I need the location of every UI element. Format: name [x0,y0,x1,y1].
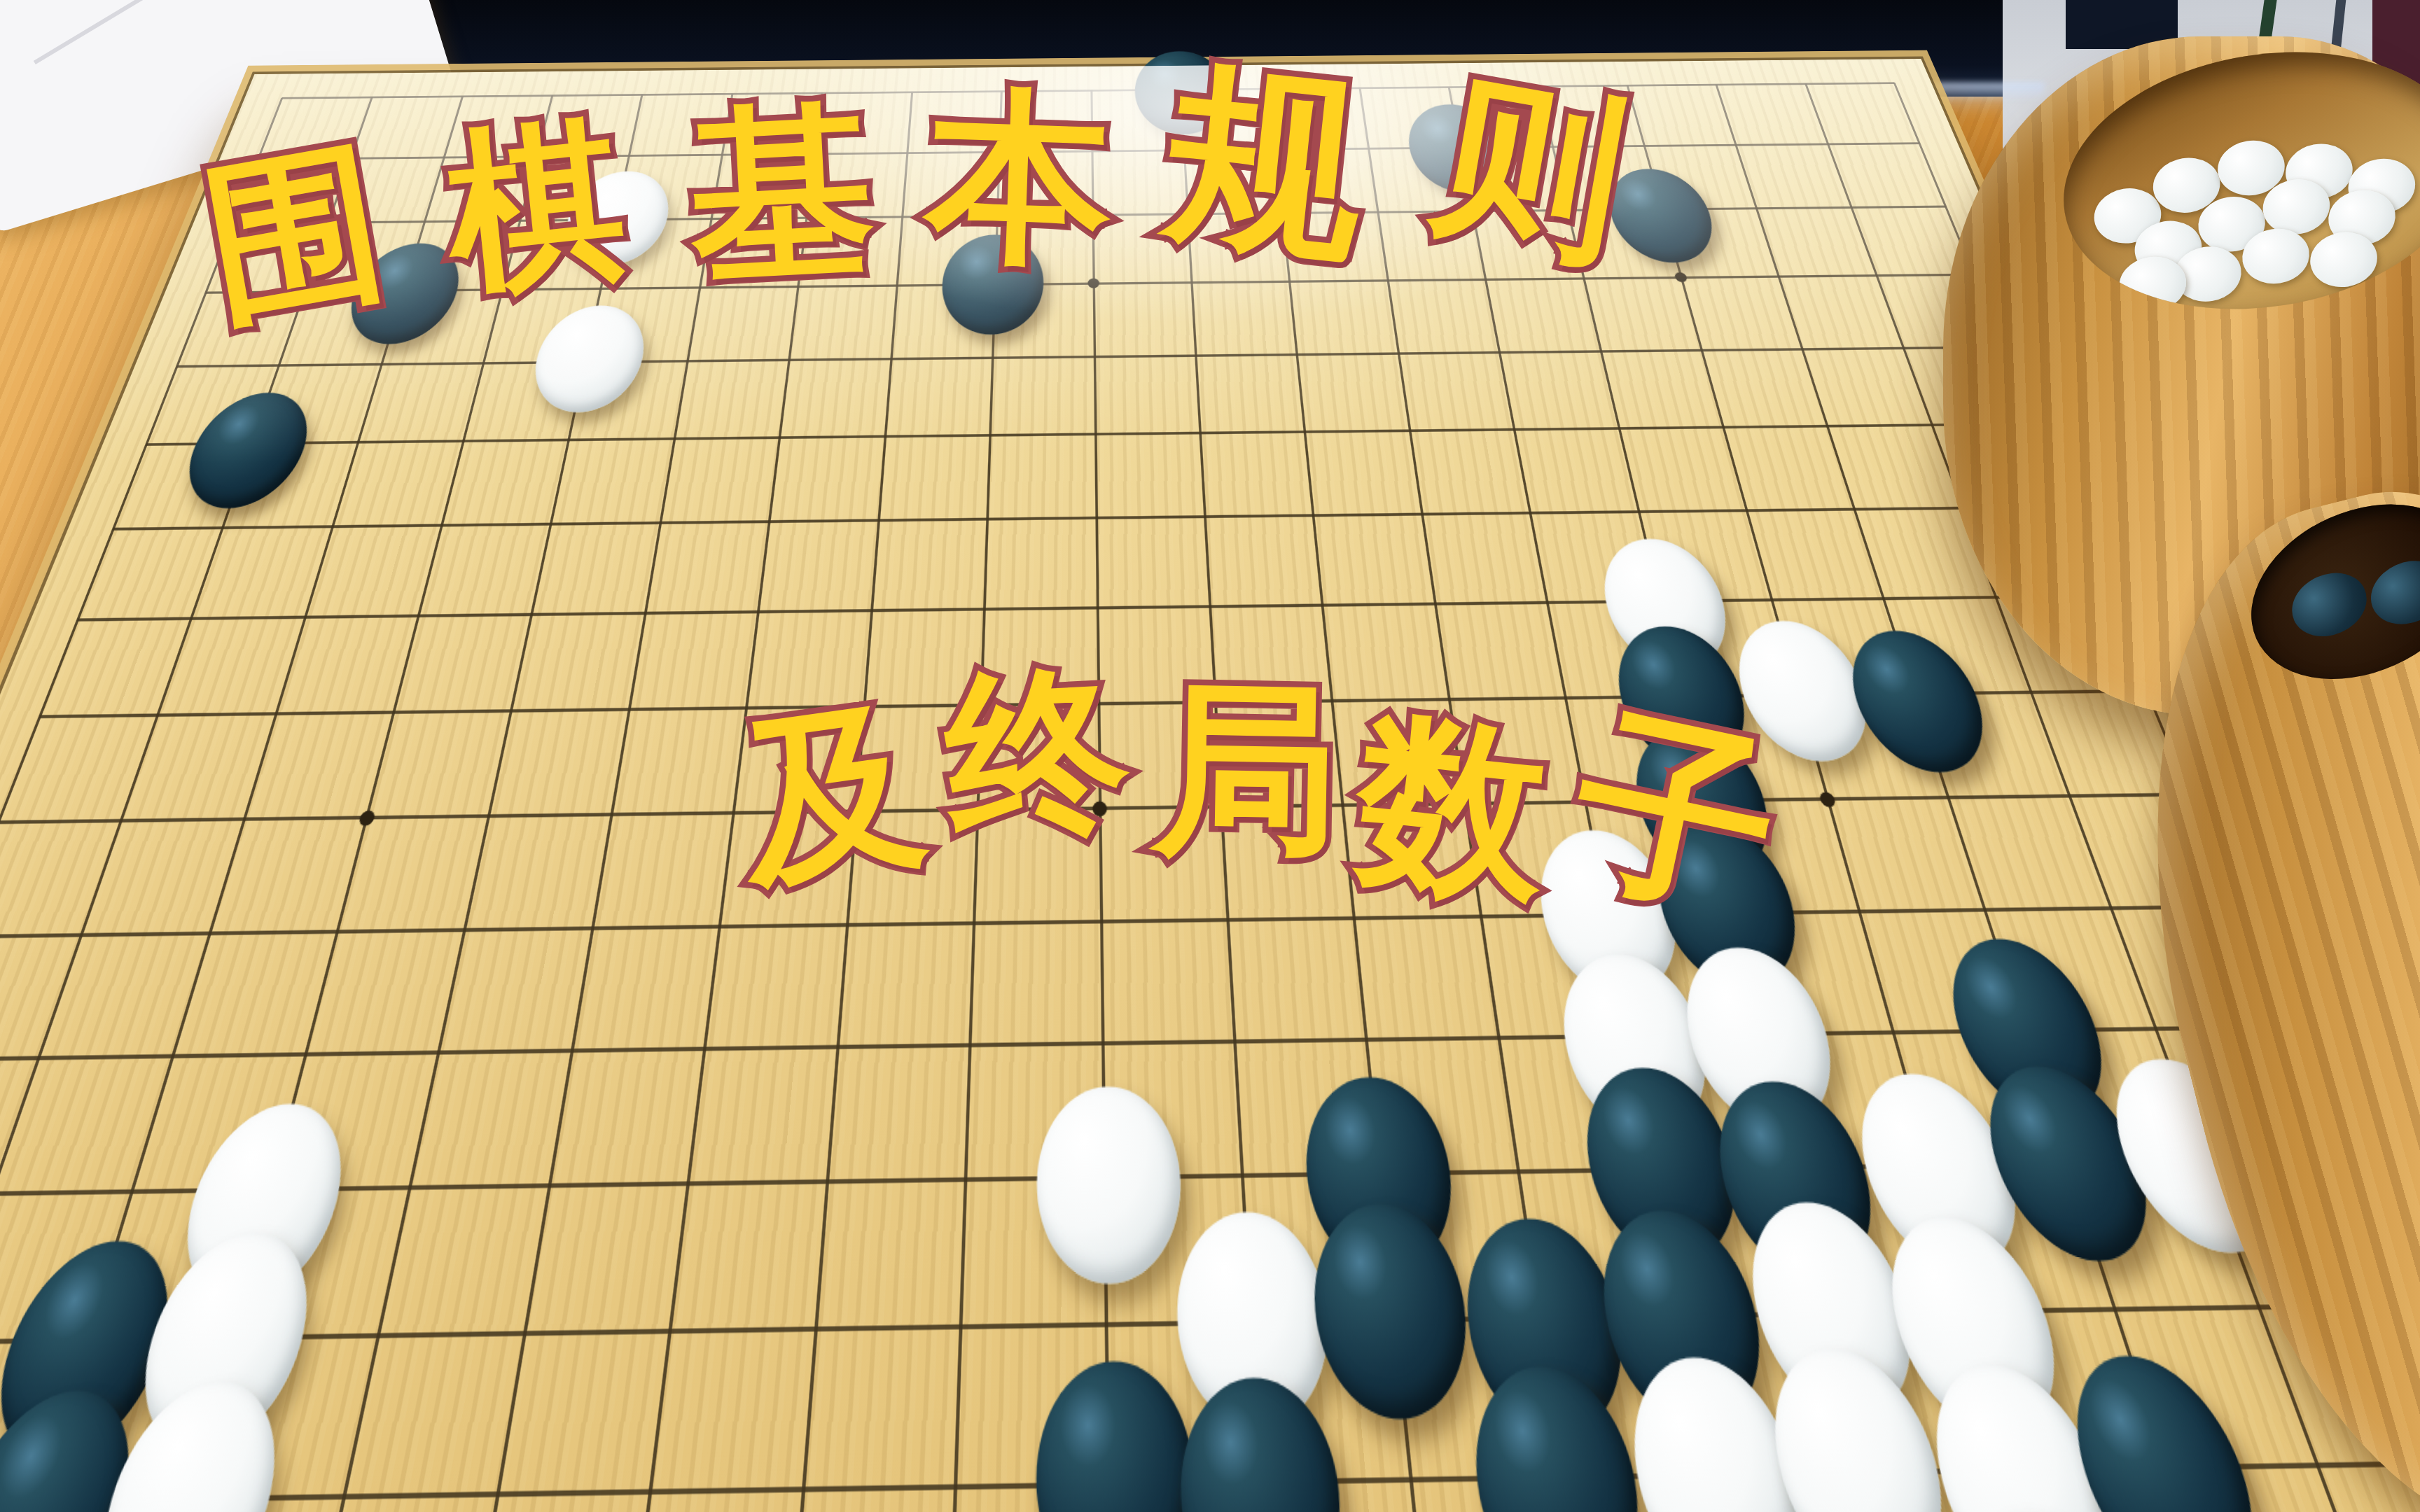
paper-crease [34,0,234,64]
upper-bowl-opening [2045,24,2420,337]
black-stone-in-bowl [2282,561,2377,647]
go-photo-scene: 围棋基本规则 及终局数子 [0,0,2420,1512]
black-stone-in-bowl [2360,549,2420,636]
